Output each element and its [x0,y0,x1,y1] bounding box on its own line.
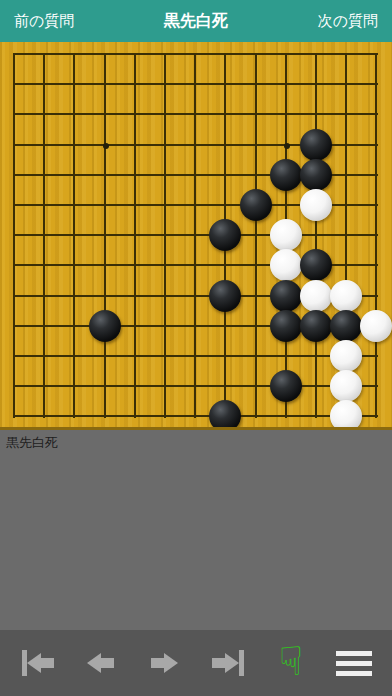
white-stone [270,249,302,281]
skip-to-end-icon[interactable] [200,635,256,691]
menu-icon[interactable] [326,635,382,691]
next-question-button[interactable]: 次の質問 [318,0,378,42]
white-stone [270,219,302,251]
caption-area: 黒先白死 [0,430,392,630]
skip-to-start-icon[interactable] [10,635,66,691]
board-gridlines [13,53,378,418]
white-stone [360,310,392,342]
problem-caption: 黒先白死 [0,430,392,456]
step-forward-icon[interactable] [136,635,192,691]
black-stone [209,219,241,251]
black-stone [209,400,241,430]
black-stone [270,280,302,312]
black-stone [300,129,332,161]
black-stone [300,310,332,342]
top-bar: 前の質問 黒先白死 次の質問 [0,0,392,42]
black-stone [240,189,272,221]
prev-question-button[interactable]: 前の質問 [14,0,74,42]
star-point [284,143,290,149]
black-stone [270,370,302,402]
black-stone [330,310,362,342]
star-point [103,143,109,149]
black-stone [300,249,332,281]
white-stone [300,189,332,221]
go-board[interactable] [0,42,392,430]
white-stone [300,280,332,312]
black-stone [300,159,332,191]
white-stone [330,400,362,430]
white-stone [330,280,362,312]
app-screen: 前の質問 黒先白死 次の質問 黒先白死 ☟ [0,0,392,696]
step-back-icon[interactable] [73,635,129,691]
white-stone [330,370,362,402]
place-stone-hand-icon[interactable]: ☟ [263,635,319,691]
black-stone [270,310,302,342]
bottom-toolbar: ☟ [0,630,392,696]
black-stone [270,159,302,191]
black-stone [209,280,241,312]
page-title: 黒先白死 [164,11,228,32]
black-stone [89,310,121,342]
white-stone [330,340,362,372]
